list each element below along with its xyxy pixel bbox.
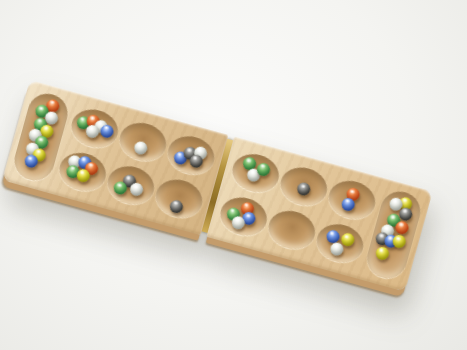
marble-black	[296, 182, 312, 198]
marble-clear	[128, 182, 144, 198]
marble-clear	[132, 140, 148, 156]
photo-background	[0, 0, 467, 350]
pit-B5[interactable]	[264, 206, 319, 254]
marble-black	[398, 206, 414, 222]
marble-blue	[99, 123, 115, 139]
pit-B1[interactable]	[55, 148, 110, 196]
pit-T2[interactable]	[115, 118, 170, 166]
marble-black	[169, 198, 185, 214]
pit-T6[interactable]	[324, 176, 379, 224]
pit-T5[interactable]	[276, 162, 331, 210]
pit-B2[interactable]	[103, 161, 158, 209]
marble-orange	[394, 220, 410, 236]
pit-B4[interactable]	[216, 192, 271, 240]
board-left-half	[2, 80, 228, 235]
marble-yellow	[374, 245, 390, 261]
board-right-half	[206, 137, 432, 292]
pit-T1[interactable]	[67, 104, 122, 152]
pit-T3[interactable]	[163, 131, 218, 179]
pit-B3[interactable]	[151, 174, 206, 222]
right-pit-grid	[214, 145, 382, 272]
mancala-board	[2, 80, 433, 292]
pit-B6[interactable]	[312, 219, 367, 267]
pit-T4[interactable]	[228, 149, 283, 197]
left-pit-grid	[53, 100, 221, 227]
